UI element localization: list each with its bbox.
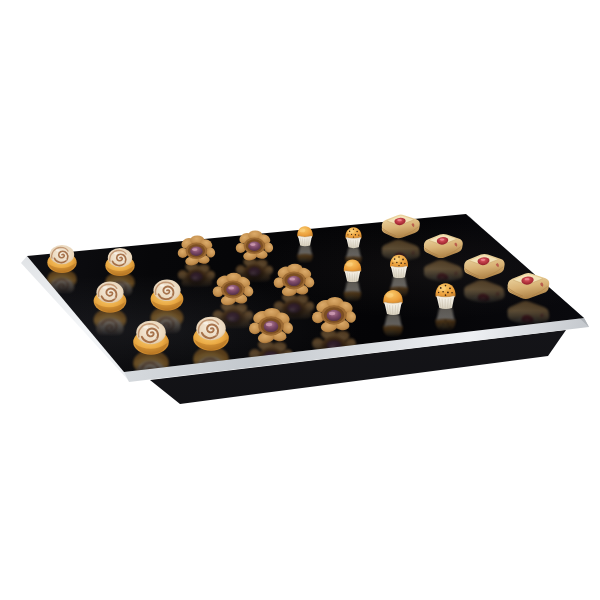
pastry-cinnamon-roll bbox=[147, 275, 187, 312]
pastry-cinnamon-roll bbox=[102, 244, 138, 277]
pastry-layer bbox=[0, 0, 600, 600]
pastry-fruit-danish bbox=[233, 228, 275, 262]
product-photo-scene bbox=[0, 0, 600, 600]
pastry-mini-muffin-plain bbox=[378, 285, 408, 317]
pastry-cinnamon-roll bbox=[189, 312, 233, 352]
pastry-cinnamon-roll bbox=[90, 277, 130, 314]
pastry-cinnamon-roll bbox=[44, 241, 80, 274]
pastry-mini-muffin-chocolate-chip bbox=[385, 250, 413, 280]
pastry-fruit-danish bbox=[271, 261, 316, 298]
pastry-mini-muffin-chocolate-chip bbox=[341, 223, 366, 250]
pastry-fruit-danish bbox=[309, 294, 358, 334]
pastry-mini-muffin-plain bbox=[293, 222, 317, 248]
pastry-jam-puff-pastry bbox=[502, 267, 553, 303]
pastry-mini-muffin-chocolate-chip bbox=[430, 278, 461, 311]
pastry-fruit-danish bbox=[210, 270, 255, 307]
pastry-cinnamon-roll bbox=[129, 316, 173, 356]
pastry-jam-puff-pastry bbox=[377, 209, 423, 242]
pastry-jam-puff-pastry bbox=[459, 248, 508, 283]
pastry-fruit-danish bbox=[246, 305, 295, 345]
pastry-fruit-danish bbox=[175, 233, 217, 267]
pastry-mini-muffin-plain bbox=[339, 255, 366, 284]
pastry-jam-puff-pastry bbox=[419, 228, 466, 262]
